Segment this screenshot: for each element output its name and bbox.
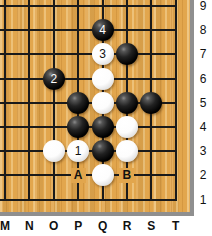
intersection-P1[interactable] [66, 187, 90, 211]
intersection-P8[interactable] [66, 18, 90, 42]
intersection-Q7[interactable]: 3 [90, 42, 114, 66]
go-board-diagram: 4321AB MNOPQRST 987654321 [0, 0, 212, 236]
black-stone: 4 [92, 19, 114, 41]
intersection-R7[interactable] [115, 42, 139, 66]
intersection-M5[interactable] [0, 91, 17, 115]
column-label-S: S [139, 216, 163, 236]
intersection-M3[interactable] [0, 139, 17, 163]
intersection-Q1[interactable] [90, 187, 114, 211]
intersection-T5[interactable] [164, 91, 188, 115]
white-stone [92, 68, 114, 90]
intersection-S7[interactable] [139, 42, 163, 66]
intersection-S9[interactable] [139, 0, 163, 18]
black-stone [67, 92, 89, 114]
intersection-P5[interactable] [66, 91, 90, 115]
intersection-S2[interactable] [139, 163, 163, 187]
intersection-T9[interactable] [164, 0, 188, 18]
intersection-Q2[interactable] [90, 163, 114, 187]
intersection-S8[interactable] [139, 18, 163, 42]
intersection-T6[interactable] [164, 66, 188, 90]
row-label-9: 9 [194, 0, 212, 18]
move-number: 2 [50, 73, 57, 85]
intersection-N1[interactable] [17, 187, 41, 211]
intersection-N8[interactable] [17, 18, 41, 42]
intersection-S5[interactable] [139, 91, 163, 115]
intersection-N3[interactable] [17, 139, 41, 163]
intersection-N2[interactable] [17, 163, 41, 187]
intersection-O6[interactable]: 2 [42, 66, 66, 90]
intersection-R6[interactable] [115, 66, 139, 90]
intersection-N9[interactable] [17, 0, 41, 18]
intersection-T3[interactable] [164, 139, 188, 163]
white-stone [92, 164, 114, 186]
row-label-8: 8 [194, 18, 212, 42]
row-labels: 987654321 [194, 0, 212, 212]
intersection-N6[interactable] [17, 66, 41, 90]
intersection-O4[interactable] [42, 115, 66, 139]
intersection-O1[interactable] [42, 187, 66, 211]
intersection-M1[interactable] [0, 187, 17, 211]
intersection-O9[interactable] [42, 0, 66, 18]
intersection-O2[interactable] [42, 163, 66, 187]
column-label-P: P [66, 216, 90, 236]
white-stone: 1 [67, 140, 89, 162]
intersection-N5[interactable] [17, 91, 41, 115]
intersection-Q8[interactable]: 4 [90, 18, 114, 42]
row-label-1: 1 [194, 187, 212, 211]
board-grid: 4321AB [0, 0, 188, 212]
move-number: 3 [99, 48, 106, 60]
intersection-P4[interactable] [66, 115, 90, 139]
row-label-6: 6 [194, 66, 212, 90]
move-number: 1 [75, 145, 82, 157]
intersection-P9[interactable] [66, 0, 90, 18]
intersection-Q6[interactable] [90, 66, 114, 90]
intersection-M2[interactable] [0, 163, 17, 187]
column-label-O: O [42, 216, 66, 236]
black-stone [92, 116, 114, 138]
point-label-B: B [119, 168, 134, 183]
black-stone [67, 116, 89, 138]
intersection-N4[interactable] [17, 115, 41, 139]
white-stone [116, 116, 138, 138]
intersection-P7[interactable] [66, 42, 90, 66]
intersection-Q4[interactable] [90, 115, 114, 139]
intersection-P3[interactable]: 1 [66, 139, 90, 163]
white-stone: 3 [92, 43, 114, 65]
row-label-3: 3 [194, 139, 212, 163]
intersection-R8[interactable] [115, 18, 139, 42]
column-label-N: N [17, 216, 41, 236]
black-stone [140, 92, 162, 114]
intersection-M8[interactable] [0, 18, 17, 42]
white-stone [92, 92, 114, 114]
intersection-O5[interactable] [42, 91, 66, 115]
intersection-S4[interactable] [139, 115, 163, 139]
intersection-T8[interactable] [164, 18, 188, 42]
intersection-M9[interactable] [0, 0, 17, 18]
white-stone [43, 140, 65, 162]
column-label-M: M [0, 216, 17, 236]
move-number: 4 [99, 24, 106, 36]
point-label-A: A [71, 168, 86, 183]
black-stone [116, 92, 138, 114]
black-stone [116, 43, 138, 65]
intersection-R5[interactable] [115, 91, 139, 115]
intersection-T7[interactable] [164, 42, 188, 66]
intersection-M6[interactable] [0, 66, 17, 90]
intersection-S6[interactable] [139, 66, 163, 90]
intersection-R9[interactable] [115, 0, 139, 18]
black-stone [92, 140, 114, 162]
intersection-P6[interactable] [66, 66, 90, 90]
intersection-M7[interactable] [0, 42, 17, 66]
row-label-2: 2 [194, 163, 212, 187]
intersection-M4[interactable] [0, 115, 17, 139]
intersection-R1[interactable] [115, 187, 139, 211]
intersection-P2[interactable]: A [66, 163, 90, 187]
row-label-7: 7 [194, 42, 212, 66]
intersection-T2[interactable] [164, 163, 188, 187]
intersection-S3[interactable] [139, 139, 163, 163]
intersection-R4[interactable] [115, 115, 139, 139]
column-labels: MNOPQRST [0, 216, 188, 236]
intersection-O3[interactable] [42, 139, 66, 163]
column-label-R: R [115, 216, 139, 236]
row-label-4: 4 [194, 115, 212, 139]
intersection-T1[interactable] [164, 187, 188, 211]
intersection-R3[interactable] [115, 139, 139, 163]
row-label-5: 5 [194, 91, 212, 115]
intersection-T4[interactable] [164, 115, 188, 139]
black-stone: 2 [43, 68, 65, 90]
white-stone [116, 140, 138, 162]
intersection-Q5[interactable] [90, 91, 114, 115]
intersection-R2[interactable]: B [115, 163, 139, 187]
go-board: 4321AB [0, 0, 194, 216]
intersection-S1[interactable] [139, 187, 163, 211]
column-label-Q: Q [90, 216, 114, 236]
intersection-N7[interactable] [17, 42, 41, 66]
intersection-Q3[interactable] [90, 139, 114, 163]
intersection-O8[interactable] [42, 18, 66, 42]
intersection-Q9[interactable] [90, 0, 114, 18]
column-label-T: T [164, 216, 188, 236]
intersection-O7[interactable] [42, 42, 66, 66]
